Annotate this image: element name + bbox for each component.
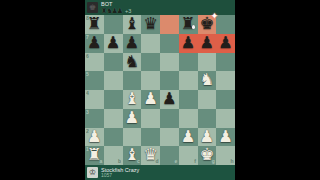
piece-black-rook-a8[interactable]: ♜ xyxy=(85,15,104,34)
chess-board[interactable]: 8♜♝♛♜♚✦7♟♟♟♟♟♟6♞5♞4♝♟♟3♟2♟♟♟♟1a♜bc♝d♛efg… xyxy=(85,15,235,165)
piece-black-pawn-g7[interactable]: ♟ xyxy=(198,34,217,53)
square-a8[interactable]: 8♜ xyxy=(85,15,104,34)
piece-black-pawn-c7[interactable]: ♟ xyxy=(123,34,142,53)
piece-black-bishop-c8[interactable]: ♝ xyxy=(123,15,142,34)
square-g4[interactable] xyxy=(198,90,217,109)
square-b3[interactable] xyxy=(104,109,123,128)
square-b7[interactable]: ♟ xyxy=(104,34,123,53)
square-e5[interactable] xyxy=(160,71,179,90)
square-e3[interactable] xyxy=(160,109,179,128)
piece-white-pawn-a2[interactable]: ♟ xyxy=(85,128,104,147)
white-dot-badge xyxy=(192,25,196,29)
square-e6[interactable] xyxy=(160,53,179,72)
square-h3[interactable] xyxy=(216,109,235,128)
piece-white-bishop-c4[interactable]: ♝ xyxy=(123,90,142,109)
avatar-king-icon: ♚ xyxy=(89,4,96,12)
piece-white-pawn-h2[interactable]: ♟ xyxy=(216,128,235,147)
rank-label-3: 3 xyxy=(86,110,89,115)
square-d7[interactable] xyxy=(141,34,160,53)
square-a4[interactable]: 4 xyxy=(85,90,104,109)
square-h2[interactable]: ♟ xyxy=(216,128,235,147)
material-advantage: +3 xyxy=(125,8,131,14)
piece-black-rook-f8[interactable]: ♜ xyxy=(179,15,198,34)
square-g8[interactable]: ♚✦ xyxy=(198,15,217,34)
square-c5[interactable] xyxy=(123,71,142,90)
piece-black-queen-d8[interactable]: ♛ xyxy=(141,15,160,34)
piece-white-pawn-f2[interactable]: ♟ xyxy=(179,128,198,147)
square-h5[interactable] xyxy=(216,71,235,90)
square-e2[interactable] xyxy=(160,128,179,147)
file-label-f: f xyxy=(194,159,196,164)
square-a6[interactable]: 6 xyxy=(85,53,104,72)
square-b5[interactable] xyxy=(104,71,123,90)
square-d3[interactable] xyxy=(141,109,160,128)
rank-label-5: 5 xyxy=(86,72,89,77)
square-b8[interactable] xyxy=(104,15,123,34)
piece-white-queen-d1[interactable]: ♛ xyxy=(141,146,160,165)
square-b2[interactable] xyxy=(104,128,123,147)
square-g3[interactable] xyxy=(198,109,217,128)
square-e4[interactable]: ♟ xyxy=(160,90,179,109)
piece-black-pawn-a7[interactable]: ♟ xyxy=(85,34,104,53)
piece-black-pawn-f7[interactable]: ♟ xyxy=(179,34,198,53)
square-a2[interactable]: 2♟ xyxy=(85,128,104,147)
square-f8[interactable]: ♜ xyxy=(179,15,198,34)
file-label-b: b xyxy=(118,159,121,164)
square-g5[interactable]: ♞ xyxy=(198,71,217,90)
square-g2[interactable]: ♟ xyxy=(198,128,217,147)
square-d4[interactable]: ♟ xyxy=(141,90,160,109)
piece-black-pawn-h7[interactable]: ♟ xyxy=(216,34,235,53)
piece-white-king-g1[interactable]: ♚ xyxy=(198,146,217,165)
square-c7[interactable]: ♟ xyxy=(123,34,142,53)
square-d6[interactable] xyxy=(141,53,160,72)
piece-black-knight-c6[interactable]: ♞ xyxy=(123,53,142,72)
square-a1[interactable]: 1a♜ xyxy=(85,146,104,165)
square-f3[interactable] xyxy=(179,109,198,128)
square-b6[interactable] xyxy=(104,53,123,72)
square-e1[interactable]: e xyxy=(160,146,179,165)
piece-white-bishop-c1[interactable]: ♝ xyxy=(123,146,142,165)
piece-white-pawn-g2[interactable]: ♟ xyxy=(198,128,217,147)
square-a3[interactable]: 3 xyxy=(85,109,104,128)
square-d1[interactable]: d♛ xyxy=(141,146,160,165)
square-c2[interactable] xyxy=(123,128,142,147)
top-player-avatar[interactable]: ♚ xyxy=(87,2,98,13)
square-h8[interactable] xyxy=(216,15,235,34)
square-h7[interactable]: ♟ xyxy=(216,34,235,53)
square-f5[interactable] xyxy=(179,71,198,90)
square-g1[interactable]: g♚ xyxy=(198,146,217,165)
square-c6[interactable]: ♞ xyxy=(123,53,142,72)
square-c1[interactable]: c♝ xyxy=(123,146,142,165)
square-d5[interactable] xyxy=(141,71,160,90)
square-c8[interactable]: ♝ xyxy=(123,15,142,34)
piece-white-knight-g5[interactable]: ♞ xyxy=(198,71,217,90)
square-c4[interactable]: ♝ xyxy=(123,90,142,109)
sparkle-star-icon: ✦ xyxy=(211,12,219,21)
square-g7[interactable]: ♟ xyxy=(198,34,217,53)
file-label-e: e xyxy=(174,159,177,164)
square-f4[interactable] xyxy=(179,90,198,109)
rank-label-6: 6 xyxy=(86,54,89,59)
piece-white-pawn-c3[interactable]: ♟ xyxy=(123,109,142,128)
square-b4[interactable] xyxy=(104,90,123,109)
bottom-player-avatar[interactable]: ♔ xyxy=(87,167,98,178)
avatar-king-icon: ♔ xyxy=(89,169,96,177)
piece-white-rook-a1[interactable]: ♜ xyxy=(85,146,104,165)
square-g6[interactable] xyxy=(198,53,217,72)
square-f7[interactable]: ♟ xyxy=(179,34,198,53)
square-b1[interactable]: b xyxy=(104,146,123,165)
square-c3[interactable]: ♟ xyxy=(123,109,142,128)
piece-black-pawn-b7[interactable]: ♟ xyxy=(104,34,123,53)
piece-white-pawn-d4[interactable]: ♟ xyxy=(141,90,160,109)
square-f6[interactable] xyxy=(179,53,198,72)
square-h4[interactable] xyxy=(216,90,235,109)
file-label-h: h xyxy=(230,159,233,164)
bottom-player-bar: ♔ Stockfish Crazy 1057 xyxy=(85,165,235,180)
square-a7[interactable]: 7♟ xyxy=(85,34,104,53)
square-h1[interactable]: h xyxy=(216,146,235,165)
piece-black-pawn-e4[interactable]: ♟ xyxy=(160,90,179,109)
rank-label-4: 4 xyxy=(86,91,89,96)
square-h6[interactable] xyxy=(216,53,235,72)
square-d2[interactable] xyxy=(141,128,160,147)
captured-pieces-icons: ♜♞♟♟ xyxy=(101,7,122,14)
app-screen: ♚ BOT ♜♞♟♟ +3 8♜♝♛♜♚✦7♟♟♟♟♟♟6♞5♞4♝♟♟3♟2♟… xyxy=(0,0,320,180)
square-e7[interactable] xyxy=(160,34,179,53)
square-e8[interactable] xyxy=(160,15,179,34)
square-d8[interactable]: ♛ xyxy=(141,15,160,34)
square-f1[interactable]: f xyxy=(179,146,198,165)
bottom-player-rating: 1057 xyxy=(101,173,139,178)
square-a5[interactable]: 5 xyxy=(85,71,104,90)
square-f2[interactable]: ♟ xyxy=(179,128,198,147)
